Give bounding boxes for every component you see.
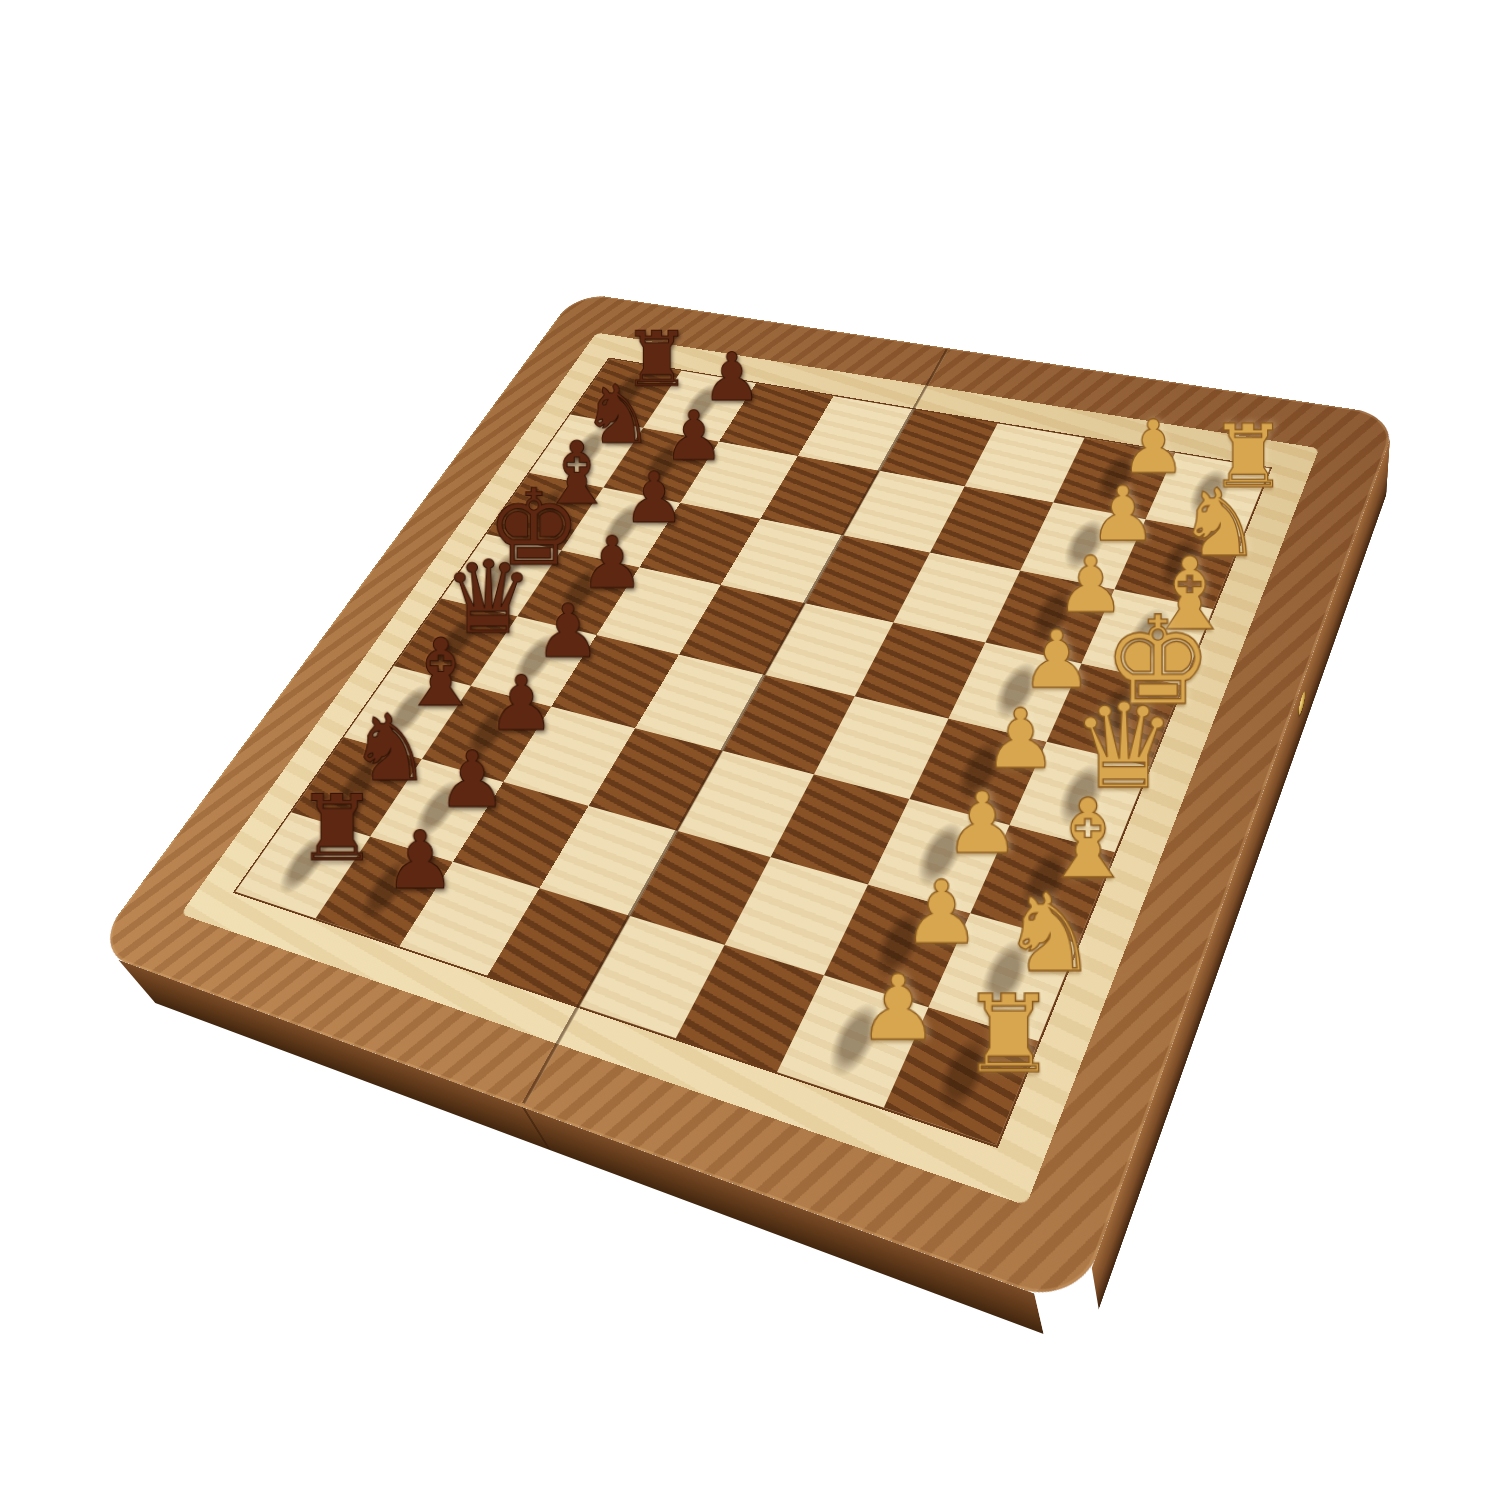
square-a8: ♜	[236, 812, 371, 918]
black-pawn-c7: ♟	[456, 666, 586, 742]
squares-grid: ♜♞♝♛♚♝♞♜♟♟♟♟♟♟♟♟♟♟♟♟♟♟♟♟♜♞♝♛♚♝♞♜	[233, 358, 1272, 1148]
chess-board-box: ♜♞♝♛♚♝♞♜♟♟♟♟♟♟♟♟♟♟♟♟♟♟♟♟♜♞♝♛♚♝♞♜	[92, 292, 1398, 1309]
brass-clasp	[1299, 687, 1306, 719]
black-pawn-a7: ♟	[351, 821, 488, 901]
white-rook-a1: ♜	[929, 982, 1088, 1089]
photo-scene: ♜♞♝♛♚♝♞♜♟♟♟♟♟♟♟♟♟♟♟♟♟♟♟♟♜♞♝♛♚♝♞♜	[0, 0, 1500, 1500]
box-top-surface: ♜♞♝♛♚♝♞♜♟♟♟♟♟♟♟♟♟♟♟♟♟♟♟♟♜♞♝♛♚♝♞♜	[92, 292, 1398, 1309]
black-pawn-d7: ♟	[505, 595, 631, 669]
